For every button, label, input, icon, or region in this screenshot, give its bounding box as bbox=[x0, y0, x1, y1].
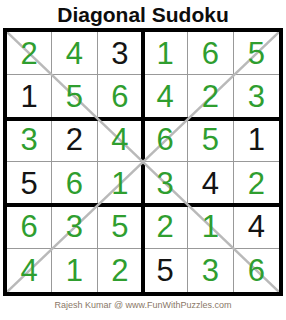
credit-footer: Rajesh Kumar @ www.FunWithPuzzles.com bbox=[0, 300, 286, 310]
solved-digit: 3 bbox=[248, 81, 265, 112]
given-digit: 1 bbox=[21, 81, 38, 112]
sudoku-cell-r4c2[interactable]: 6 bbox=[52, 162, 97, 205]
sudoku-cell-r3c5[interactable]: 5 bbox=[188, 119, 233, 162]
sudoku-cell-r2c6[interactable]: 3 bbox=[234, 75, 279, 118]
sudoku-cell-r5c4[interactable]: 2 bbox=[143, 205, 188, 248]
sudoku-cell-r3c2[interactable]: 2 bbox=[52, 119, 97, 162]
given-digit: 2 bbox=[66, 124, 83, 155]
sudoku-cell-r2c5[interactable]: 2 bbox=[188, 75, 233, 118]
solved-digit: 4 bbox=[66, 38, 83, 69]
solved-digit: 5 bbox=[248, 38, 265, 69]
solved-digit: 6 bbox=[157, 124, 174, 155]
given-digit: 5 bbox=[157, 255, 174, 286]
sudoku-cell-r5c5[interactable]: 1 bbox=[188, 205, 233, 248]
sudoku-cell-r1c5[interactable]: 6 bbox=[188, 32, 233, 75]
sudoku-cell-r6c5[interactable]: 3 bbox=[188, 249, 233, 292]
solved-digit: 1 bbox=[111, 168, 128, 199]
sudoku-cell-r5c2[interactable]: 3 bbox=[52, 205, 97, 248]
solved-digit: 6 bbox=[248, 255, 265, 286]
sudoku-cell-r6c3[interactable]: 2 bbox=[98, 249, 143, 292]
sudoku-cell-r2c1[interactable]: 1 bbox=[7, 75, 52, 118]
sudoku-cell-r6c6[interactable]: 6 bbox=[234, 249, 279, 292]
sudoku-cell-r1c6[interactable]: 5 bbox=[234, 32, 279, 75]
given-digit: 5 bbox=[21, 168, 38, 199]
solved-digit: 3 bbox=[202, 255, 219, 286]
sudoku-cell-r4c3[interactable]: 1 bbox=[98, 162, 143, 205]
solved-digit: 1 bbox=[202, 211, 219, 242]
sudoku-cell-r1c1[interactable]: 2 bbox=[7, 32, 52, 75]
sudoku-cell-r4c1[interactable]: 5 bbox=[7, 162, 52, 205]
solved-digit: 6 bbox=[66, 168, 83, 199]
sudoku-cell-r2c4[interactable]: 4 bbox=[143, 75, 188, 118]
sudoku-cell-r5c1[interactable]: 6 bbox=[7, 205, 52, 248]
sudoku-cell-r1c2[interactable]: 4 bbox=[52, 32, 97, 75]
solved-digit: 2 bbox=[248, 168, 265, 199]
sudoku-cell-r5c6[interactable]: 4 bbox=[234, 205, 279, 248]
sudoku-cell-r6c2[interactable]: 1 bbox=[52, 249, 97, 292]
solved-digit: 5 bbox=[111, 211, 128, 242]
sudoku-cell-r1c4[interactable]: 1 bbox=[143, 32, 188, 75]
sudoku-cell-r2c3[interactable]: 6 bbox=[98, 75, 143, 118]
solved-digit: 1 bbox=[66, 255, 83, 286]
sudoku-board: 243165156423324651561342635214412536 bbox=[3, 28, 283, 296]
box-border-horizontal-1 bbox=[7, 117, 279, 121]
solved-digit: 1 bbox=[157, 38, 174, 69]
sudoku-cell-r3c3[interactable]: 4 bbox=[98, 119, 143, 162]
sudoku-cell-r6c1[interactable]: 4 bbox=[7, 249, 52, 292]
solved-digit: 2 bbox=[111, 255, 128, 286]
sudoku-cell-r4c6[interactable]: 2 bbox=[234, 162, 279, 205]
sudoku-cell-r2c2[interactable]: 5 bbox=[52, 75, 97, 118]
solved-digit: 5 bbox=[66, 81, 83, 112]
puzzle-title: Diagonal Sudoku bbox=[0, 0, 286, 28]
sudoku-cell-r1c3[interactable]: 3 bbox=[98, 32, 143, 75]
solved-digit: 6 bbox=[202, 38, 219, 69]
given-digit: 3 bbox=[111, 38, 128, 69]
solved-digit: 4 bbox=[21, 255, 38, 286]
given-digit: 4 bbox=[248, 211, 265, 242]
puzzle-page: Diagonal Sudoku 243165156423324651561342… bbox=[0, 0, 286, 320]
solved-digit: 5 bbox=[202, 124, 219, 155]
solved-digit: 6 bbox=[21, 211, 38, 242]
sudoku-cell-r3c4[interactable]: 6 bbox=[143, 119, 188, 162]
given-digit: 1 bbox=[248, 124, 265, 155]
solved-digit: 2 bbox=[21, 38, 38, 69]
solved-digit: 4 bbox=[157, 81, 174, 112]
sudoku-cell-r6c4[interactable]: 5 bbox=[143, 249, 188, 292]
solved-digit: 3 bbox=[21, 124, 38, 155]
sudoku-cell-r4c5[interactable]: 4 bbox=[188, 162, 233, 205]
solved-digit: 6 bbox=[111, 81, 128, 112]
solved-digit: 2 bbox=[202, 81, 219, 112]
box-border-horizontal-2 bbox=[7, 203, 279, 207]
sudoku-cell-r4c4[interactable]: 3 bbox=[143, 162, 188, 205]
solved-digit: 3 bbox=[66, 211, 83, 242]
solved-digit: 2 bbox=[157, 211, 174, 242]
sudoku-cell-r3c6[interactable]: 1 bbox=[234, 119, 279, 162]
given-digit: 4 bbox=[202, 168, 219, 199]
solved-digit: 3 bbox=[157, 168, 174, 199]
solved-digit: 4 bbox=[111, 124, 128, 155]
box-border-vertical bbox=[141, 32, 145, 292]
sudoku-cell-r5c3[interactable]: 5 bbox=[98, 205, 143, 248]
sudoku-cell-r3c1[interactable]: 3 bbox=[7, 119, 52, 162]
